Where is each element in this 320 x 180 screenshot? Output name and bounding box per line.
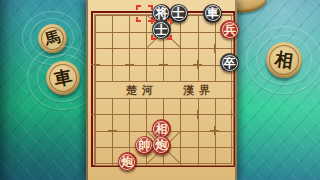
piece-red-general[interactable]: 帥 [135,136,154,155]
star-point [91,110,100,119]
piece-label: 兵 [224,24,236,36]
star-point [210,44,219,53]
star-point [159,60,168,69]
board-cell [181,132,198,149]
piece-black-chariot[interactable]: 車 [203,4,222,23]
decor-label: 相 [274,50,294,70]
star-point [108,44,117,53]
star-point [91,60,100,69]
star-point [193,110,202,119]
piece-label: 将 [155,7,167,19]
board-cell [130,33,147,50]
piece-label: 炮 [155,139,167,151]
board-cell [96,148,113,165]
board-cell [113,16,130,33]
star-point [227,110,236,119]
star-point [108,126,117,135]
piece-label: 帥 [138,139,150,151]
decor-label: 馬 [43,29,61,47]
piece-label: 車 [207,7,219,19]
board-cell [216,148,233,165]
last-move-to-marker [151,19,172,40]
star-point [210,126,219,135]
piece-red-cannon[interactable]: 炮 [152,136,171,155]
star-point [125,110,134,119]
board-card: 楚河 漢界 将士車士卒兵相帥炮炮 [86,0,237,180]
piece-label: 士 [173,7,185,19]
piece-red-cannon[interactable]: 炮 [118,152,137,171]
piece-label: 炮 [121,156,133,168]
piece-red-soldier[interactable]: 兵 [220,20,239,39]
piece-label: 卒 [224,57,236,69]
star-point [159,110,168,119]
board-cell [181,148,198,165]
piece-label: 相 [155,123,167,135]
decor-label: 車 [52,67,73,88]
river-label-right: 漢界 [183,83,215,98]
piece-black-soldier[interactable]: 卒 [220,53,239,72]
board-cell [96,82,113,99]
board-cell [164,82,181,99]
board-cell [199,148,216,165]
board-cell [181,33,198,50]
star-point [193,60,202,69]
game-screen: 馬車相 楚河 漢界 将士車士卒兵相帥炮炮 [0,0,320,180]
board-cell [216,82,233,99]
river-label-left: 楚河 [126,83,158,98]
star-point [125,60,134,69]
board-cell [96,16,113,33]
